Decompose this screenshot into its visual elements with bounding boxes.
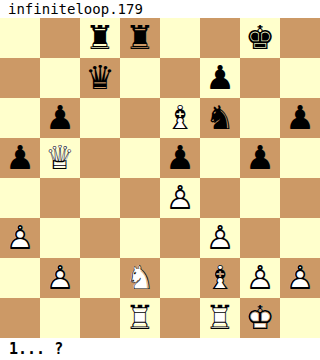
black-pawn-icon[interactable]: ♟ <box>40 98 80 138</box>
square-a2[interactable] <box>0 258 40 298</box>
square-c6[interactable] <box>80 98 120 138</box>
black-rook-icon[interactable]: ♜ <box>80 18 120 58</box>
white-piece-fill: ♝ <box>160 98 200 138</box>
white-piece-fill: ♟ <box>200 218 240 258</box>
black-pawn-icon[interactable]: ♟ <box>280 98 320 138</box>
square-e6[interactable]: ♝♗ <box>160 98 200 138</box>
white-piece-outline: ♙ <box>280 258 320 298</box>
window-title-bar: infiniteloop.179 <box>0 0 320 18</box>
square-a6[interactable] <box>0 98 40 138</box>
white-piece-fill: ♟ <box>280 258 320 298</box>
square-f2[interactable]: ♝♗ <box>200 258 240 298</box>
black-queen-icon[interactable]: ♛ <box>80 58 120 98</box>
square-b8[interactable] <box>40 18 80 58</box>
square-g2[interactable]: ♟♙ <box>240 258 280 298</box>
square-g8[interactable]: ♚ <box>240 18 280 58</box>
square-d5[interactable] <box>120 138 160 178</box>
move-prompt: 1... ? <box>9 340 63 358</box>
square-g7[interactable] <box>240 58 280 98</box>
square-e4[interactable]: ♟♙ <box>160 178 200 218</box>
square-b2[interactable]: ♟♙ <box>40 258 80 298</box>
square-h7[interactable] <box>280 58 320 98</box>
chess-board: ♜♜♚♛♟♟♝♗♞♟♟♛♕♟♟♟♙♟♙♟♙♟♙♞♘♝♗♟♙♟♙♜♖♜♖♚♔ <box>0 18 320 338</box>
square-c2[interactable] <box>80 258 120 298</box>
square-e7[interactable] <box>160 58 200 98</box>
square-h2[interactable]: ♟♙ <box>280 258 320 298</box>
white-piece-fill: ♜ <box>200 298 240 338</box>
square-d7[interactable] <box>120 58 160 98</box>
square-h6[interactable]: ♟ <box>280 98 320 138</box>
square-g1[interactable]: ♚♔ <box>240 298 280 338</box>
white-piece-fill: ♛ <box>40 138 80 178</box>
puzzle-title: infiniteloop.179 <box>8 2 143 16</box>
square-e2[interactable] <box>160 258 200 298</box>
square-b7[interactable] <box>40 58 80 98</box>
square-f1[interactable]: ♜♖ <box>200 298 240 338</box>
black-pawn-icon[interactable]: ♟ <box>200 58 240 98</box>
square-c5[interactable] <box>80 138 120 178</box>
white-piece-outline: ♙ <box>160 178 200 218</box>
white-bishop-icon[interactable]: ♝♗ <box>160 98 200 138</box>
square-b6[interactable]: ♟ <box>40 98 80 138</box>
move-prompt-bar: 1... ? <box>0 338 320 360</box>
white-pawn-icon[interactable]: ♟♙ <box>160 178 200 218</box>
square-h5[interactable] <box>280 138 320 178</box>
square-f6[interactable]: ♞ <box>200 98 240 138</box>
square-e3[interactable] <box>160 218 200 258</box>
square-d3[interactable] <box>120 218 160 258</box>
white-queen-icon[interactable]: ♛♕ <box>40 138 80 178</box>
square-h4[interactable] <box>280 178 320 218</box>
white-piece-fill: ♞ <box>120 258 160 298</box>
white-knight-icon[interactable]: ♞♘ <box>120 258 160 298</box>
square-c1[interactable] <box>80 298 120 338</box>
white-piece-fill: ♟ <box>0 218 40 258</box>
square-f3[interactable]: ♟♙ <box>200 218 240 258</box>
square-a8[interactable] <box>0 18 40 58</box>
square-d6[interactable] <box>120 98 160 138</box>
black-pawn-icon[interactable]: ♟ <box>0 138 40 178</box>
square-d8[interactable]: ♜ <box>120 18 160 58</box>
white-piece-fill: ♚ <box>240 298 280 338</box>
white-piece-outline: ♘ <box>120 258 160 298</box>
white-piece-outline: ♖ <box>200 298 240 338</box>
square-d4[interactable] <box>120 178 160 218</box>
white-pawn-icon[interactable]: ♟♙ <box>40 258 80 298</box>
square-f5[interactable] <box>200 138 240 178</box>
black-king-icon[interactable]: ♚ <box>240 18 280 58</box>
white-piece-outline: ♙ <box>40 258 80 298</box>
white-piece-fill: ♟ <box>40 258 80 298</box>
white-piece-fill: ♜ <box>120 298 160 338</box>
white-piece-outline: ♙ <box>0 218 40 258</box>
square-g3[interactable] <box>240 218 280 258</box>
square-a5[interactable]: ♟ <box>0 138 40 178</box>
white-rook-icon[interactable]: ♜♖ <box>200 298 240 338</box>
square-g5[interactable]: ♟ <box>240 138 280 178</box>
square-c3[interactable] <box>80 218 120 258</box>
square-e1[interactable] <box>160 298 200 338</box>
white-pawn-icon[interactable]: ♟♙ <box>200 218 240 258</box>
square-c4[interactable] <box>80 178 120 218</box>
square-g6[interactable] <box>240 98 280 138</box>
white-piece-outline: ♙ <box>200 218 240 258</box>
square-a1[interactable] <box>0 298 40 338</box>
white-pawn-icon[interactable]: ♟♙ <box>280 258 320 298</box>
square-a4[interactable] <box>0 178 40 218</box>
square-e5[interactable]: ♟ <box>160 138 200 178</box>
square-b3[interactable] <box>40 218 80 258</box>
square-c8[interactable]: ♜ <box>80 18 120 58</box>
white-piece-outline: ♙ <box>240 258 280 298</box>
white-piece-outline: ♗ <box>200 258 240 298</box>
square-g4[interactable] <box>240 178 280 218</box>
white-piece-outline: ♔ <box>240 298 280 338</box>
square-h8[interactable] <box>280 18 320 58</box>
white-piece-fill: ♟ <box>160 178 200 218</box>
white-piece-outline: ♗ <box>160 98 200 138</box>
square-a7[interactable] <box>0 58 40 98</box>
square-f4[interactable] <box>200 178 240 218</box>
square-a3[interactable]: ♟♙ <box>0 218 40 258</box>
square-b1[interactable] <box>40 298 80 338</box>
white-bishop-icon[interactable]: ♝♗ <box>200 258 240 298</box>
black-rook-icon[interactable]: ♜ <box>120 18 160 58</box>
white-pawn-icon[interactable]: ♟♙ <box>240 258 280 298</box>
white-rook-icon[interactable]: ♜♖ <box>120 298 160 338</box>
black-pawn-icon[interactable]: ♟ <box>160 138 200 178</box>
square-h1[interactable] <box>280 298 320 338</box>
square-d2[interactable]: ♞♘ <box>120 258 160 298</box>
square-h3[interactable] <box>280 218 320 258</box>
white-pawn-icon[interactable]: ♟♙ <box>0 218 40 258</box>
white-piece-fill: ♟ <box>240 258 280 298</box>
square-b5[interactable]: ♛♕ <box>40 138 80 178</box>
square-e8[interactable] <box>160 18 200 58</box>
black-knight-icon[interactable]: ♞ <box>200 98 240 138</box>
square-f8[interactable] <box>200 18 240 58</box>
square-b4[interactable] <box>40 178 80 218</box>
black-pawn-icon[interactable]: ♟ <box>240 138 280 178</box>
white-piece-outline: ♕ <box>40 138 80 178</box>
white-piece-outline: ♖ <box>120 298 160 338</box>
white-king-icon[interactable]: ♚♔ <box>240 298 280 338</box>
square-d1[interactable]: ♜♖ <box>120 298 160 338</box>
white-piece-fill: ♝ <box>200 258 240 298</box>
square-c7[interactable]: ♛ <box>80 58 120 98</box>
square-f7[interactable]: ♟ <box>200 58 240 98</box>
